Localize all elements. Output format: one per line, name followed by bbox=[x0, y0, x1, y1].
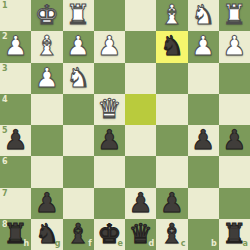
rank-label-3: 3 bbox=[2, 65, 8, 73]
square-h5[interactable]: 5♟ bbox=[0, 125, 31, 156]
rank-label-7: 7 bbox=[2, 190, 8, 198]
square-b5[interactable]: ♟ bbox=[188, 125, 219, 156]
square-f5[interactable] bbox=[63, 125, 94, 156]
square-d2[interactable] bbox=[125, 31, 156, 62]
square-e5[interactable]: ♟ bbox=[94, 125, 125, 156]
square-c3[interactable] bbox=[156, 63, 187, 94]
square-e3[interactable] bbox=[94, 63, 125, 94]
white-knight-b1[interactable]: ♞ bbox=[191, 1, 215, 28]
black-bishop-c8[interactable]: ♝ bbox=[160, 220, 184, 247]
black-rook-h8[interactable]: ♜ bbox=[4, 220, 28, 247]
square-e6[interactable] bbox=[94, 156, 125, 187]
square-h1[interactable]: 1 bbox=[0, 0, 31, 31]
square-h4[interactable]: 4 bbox=[0, 94, 31, 125]
square-b8[interactable]: b bbox=[188, 219, 219, 250]
white-pawn-b2[interactable]: ♟ bbox=[191, 32, 215, 59]
square-c6[interactable] bbox=[156, 156, 187, 187]
square-f4[interactable] bbox=[63, 94, 94, 125]
black-pawn-a5[interactable]: ♟ bbox=[222, 126, 246, 153]
square-g3[interactable]: ♟ bbox=[31, 63, 62, 94]
square-h3[interactable]: 3 bbox=[0, 63, 31, 94]
square-b3[interactable] bbox=[188, 63, 219, 94]
square-c7[interactable]: ♟ bbox=[156, 188, 187, 219]
white-pawn-h2[interactable]: ♟ bbox=[4, 32, 28, 59]
white-bishop-g2[interactable]: ♝ bbox=[35, 32, 59, 59]
square-d1[interactable] bbox=[125, 0, 156, 31]
white-pawn-f2[interactable]: ♟ bbox=[66, 32, 90, 59]
square-g1[interactable]: ♚ bbox=[31, 0, 62, 31]
square-f7[interactable] bbox=[63, 188, 94, 219]
black-pawn-e5[interactable]: ♟ bbox=[97, 126, 121, 153]
square-c4[interactable] bbox=[156, 94, 187, 125]
rank-label-1: 1 bbox=[2, 2, 8, 10]
square-f1[interactable]: ♜ bbox=[63, 0, 94, 31]
square-h6[interactable]: 6 bbox=[0, 156, 31, 187]
square-b4[interactable] bbox=[188, 94, 219, 125]
black-bishop-f8[interactable]: ♝ bbox=[66, 220, 90, 247]
square-h8[interactable]: 8h♜ bbox=[0, 219, 31, 250]
square-d3[interactable] bbox=[125, 63, 156, 94]
file-label-b: b bbox=[211, 240, 217, 248]
square-c8[interactable]: c♝ bbox=[156, 219, 187, 250]
square-g5[interactable] bbox=[31, 125, 62, 156]
black-pawn-b5[interactable]: ♟ bbox=[191, 126, 215, 153]
square-h2[interactable]: 2♟ bbox=[0, 31, 31, 62]
white-king-g1[interactable]: ♚ bbox=[35, 1, 59, 28]
square-f6[interactable] bbox=[63, 156, 94, 187]
square-b7[interactable] bbox=[188, 188, 219, 219]
square-a4[interactable] bbox=[219, 94, 250, 125]
white-queen-e4[interactable]: ♛ bbox=[97, 95, 121, 122]
square-c5[interactable] bbox=[156, 125, 187, 156]
black-pawn-c7[interactable]: ♟ bbox=[160, 189, 184, 216]
black-king-e8[interactable]: ♚ bbox=[97, 220, 121, 247]
square-d6[interactable] bbox=[125, 156, 156, 187]
square-f2[interactable]: ♟ bbox=[63, 31, 94, 62]
square-g6[interactable] bbox=[31, 156, 62, 187]
square-f3[interactable]: ♞ bbox=[63, 63, 94, 94]
black-pawn-g7[interactable]: ♟ bbox=[35, 189, 59, 216]
square-e8[interactable]: e♚ bbox=[94, 219, 125, 250]
square-a1[interactable]: ♜ bbox=[219, 0, 250, 31]
square-d7[interactable]: ♟ bbox=[125, 188, 156, 219]
square-a7[interactable] bbox=[219, 188, 250, 219]
square-g4[interactable] bbox=[31, 94, 62, 125]
square-d4[interactable] bbox=[125, 94, 156, 125]
square-b1[interactable]: ♞ bbox=[188, 0, 219, 31]
black-pawn-h5[interactable]: ♟ bbox=[4, 126, 28, 153]
rank-label-6: 6 bbox=[2, 158, 8, 166]
square-g7[interactable]: ♟ bbox=[31, 188, 62, 219]
square-f8[interactable]: f♝ bbox=[63, 219, 94, 250]
square-c2[interactable]: ♞ bbox=[156, 31, 187, 62]
square-e2[interactable]: ♟ bbox=[94, 31, 125, 62]
square-g2[interactable]: ♝ bbox=[31, 31, 62, 62]
square-h7[interactable]: 7 bbox=[0, 188, 31, 219]
square-b2[interactable]: ♟ bbox=[188, 31, 219, 62]
square-c1[interactable]: ♝ bbox=[156, 0, 187, 31]
square-a2[interactable]: ♟ bbox=[219, 31, 250, 62]
square-e1[interactable] bbox=[94, 0, 125, 31]
square-a8[interactable]: a♜ bbox=[219, 219, 250, 250]
white-knight-f3[interactable]: ♞ bbox=[66, 64, 90, 91]
white-bishop-c1[interactable]: ♝ bbox=[160, 1, 184, 28]
white-rook-a1[interactable]: ♜ bbox=[222, 1, 246, 28]
square-e7[interactable] bbox=[94, 188, 125, 219]
rank-label-4: 4 bbox=[2, 96, 8, 104]
square-a5[interactable]: ♟ bbox=[219, 125, 250, 156]
white-pawn-a2[interactable]: ♟ bbox=[222, 32, 246, 59]
square-b6[interactable] bbox=[188, 156, 219, 187]
black-pawn-d7[interactable]: ♟ bbox=[129, 189, 153, 216]
white-pawn-g3[interactable]: ♟ bbox=[35, 64, 59, 91]
square-a3[interactable] bbox=[219, 63, 250, 94]
square-d5[interactable] bbox=[125, 125, 156, 156]
square-d8[interactable]: d♛ bbox=[125, 219, 156, 250]
square-g8[interactable]: g♞ bbox=[31, 219, 62, 250]
white-rook-f1[interactable]: ♜ bbox=[66, 1, 90, 28]
black-knight-c2[interactable]: ♞ bbox=[160, 32, 184, 59]
white-pawn-e2[interactable]: ♟ bbox=[97, 32, 121, 59]
square-a6[interactable] bbox=[219, 156, 250, 187]
black-knight-g8[interactable]: ♞ bbox=[35, 220, 59, 247]
black-queen-d8[interactable]: ♛ bbox=[129, 220, 153, 247]
black-rook-a8[interactable]: ♜ bbox=[222, 220, 246, 247]
chess-board: 1♚♜♝♞♜2♟♝♟♟♞♟♟3♟♞4♛5♟♟♟♟67♟♟♟8h♜g♞f♝e♚d♛… bbox=[0, 0, 250, 250]
square-e4[interactable]: ♛ bbox=[94, 94, 125, 125]
